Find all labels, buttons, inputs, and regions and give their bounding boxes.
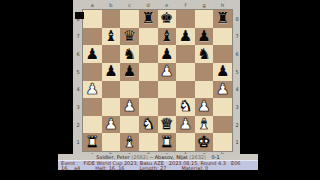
- square-h5: ♟: [213, 63, 232, 81]
- square-h2: [213, 116, 232, 134]
- black-player-elo: (2632): [189, 154, 206, 160]
- white-pawn-icon: ♟: [160, 64, 173, 79]
- square-g5: [195, 63, 214, 81]
- square-c2: [120, 116, 139, 134]
- square-h3: [213, 98, 232, 116]
- white-queen-icon: ♛: [160, 117, 173, 132]
- white-player-name: Svidler, Peter: [96, 154, 129, 160]
- file-label-a: a: [83, 2, 102, 8]
- black-rook-icon: ♜: [216, 11, 229, 26]
- file-label-b: b: [102, 2, 121, 8]
- players-separator: --: [150, 154, 154, 160]
- white-pawn-icon: ♟: [86, 82, 99, 97]
- square-h8: ♜: [213, 10, 232, 28]
- square-c6: ♞: [120, 45, 139, 63]
- white-king-icon: ♚: [197, 135, 210, 150]
- square-a7: [83, 28, 102, 46]
- file-labels-top: abcdefgh: [83, 2, 232, 8]
- file-label-h: h: [213, 2, 232, 8]
- rank-label-7: 7: [233, 28, 241, 46]
- black-pawn-icon: ♟: [160, 47, 173, 62]
- rank-label-2: 2: [74, 116, 82, 134]
- square-f5: [176, 63, 195, 81]
- square-d5: [139, 63, 158, 81]
- file-label-d: d: [139, 2, 158, 8]
- square-c7: ♛: [120, 28, 139, 46]
- square-g2: ♝: [195, 116, 214, 134]
- chess-board: ♜♚♜♝♛♝♟♟♟♞♟♞♟♟♟♟♟♟♟♞♟♟♞♛♟♝♜♝♜♚: [82, 9, 233, 152]
- square-b6: [102, 45, 121, 63]
- rank-label-8: 8: [233, 10, 241, 28]
- white-pawn-icon: ♟: [197, 99, 210, 114]
- file-label-g: g: [195, 2, 214, 8]
- white-bishop-icon: ♝: [123, 135, 136, 150]
- rank-label-1: 1: [74, 133, 82, 151]
- white-bishop-icon: ♝: [197, 117, 210, 132]
- square-f8: [176, 10, 195, 28]
- square-g4: [195, 81, 214, 99]
- black-pawn-icon: ♟: [179, 29, 192, 44]
- rank-label-7: 7: [74, 28, 82, 46]
- black-pawn-icon: ♟: [104, 64, 117, 79]
- file-label-c: c: [120, 2, 139, 8]
- square-b8: [102, 10, 121, 28]
- square-a8: [83, 10, 102, 28]
- black-rook-icon: ♜: [141, 11, 154, 26]
- square-c5: ♟: [120, 63, 139, 81]
- eco-code: E06: [231, 161, 241, 166]
- black-king-icon: ♚: [160, 11, 173, 26]
- square-a5: [83, 63, 102, 81]
- rank-label-2: 2: [233, 116, 241, 134]
- square-d3: [139, 98, 158, 116]
- square-c3: ♟: [120, 98, 139, 116]
- square-d8: ♜: [139, 10, 158, 28]
- rank-label-5: 5: [74, 63, 82, 81]
- square-g7: ♟: [195, 28, 214, 46]
- square-b3: [102, 98, 121, 116]
- white-pawn-icon: ♟: [179, 117, 192, 132]
- square-d4: [139, 81, 158, 99]
- square-a1: ♜: [83, 133, 102, 151]
- rank-labels-right: 87654321: [233, 10, 241, 151]
- square-f2: ♟: [176, 116, 195, 134]
- black-player-name: Abasov, Nijat: [155, 154, 188, 160]
- caption-area: Svidler, Peter (2682) -- Abasov, Nijat (…: [58, 154, 258, 171]
- square-a2: [83, 116, 102, 134]
- square-d7: [139, 28, 158, 46]
- bottom-black-strip: [0, 170, 320, 180]
- square-f1: [176, 133, 195, 151]
- square-e1: ♜: [158, 133, 177, 151]
- white-rook-icon: ♜: [160, 135, 173, 150]
- square-f7: ♟: [176, 28, 195, 46]
- file-label-f: f: [176, 2, 195, 8]
- rank-label-5: 5: [233, 63, 241, 81]
- square-b2: ♟: [102, 116, 121, 134]
- white-pawn-icon: ♟: [104, 117, 117, 132]
- rank-label-4: 4: [233, 81, 241, 99]
- white-knight-icon: ♞: [141, 117, 154, 132]
- rank-label-4: 4: [74, 81, 82, 99]
- square-g8: [195, 10, 214, 28]
- square-f4: [176, 81, 195, 99]
- square-f6: [176, 45, 195, 63]
- square-a6: ♟: [83, 45, 102, 63]
- rank-label-3: 3: [233, 98, 241, 116]
- square-h4: ♟: [213, 81, 232, 99]
- square-e7: ♝: [158, 28, 177, 46]
- square-b1: [102, 133, 121, 151]
- square-h1: [213, 133, 232, 151]
- square-b4: [102, 81, 121, 99]
- square-e6: ♟: [158, 45, 177, 63]
- black-bishop-icon: ♝: [160, 29, 173, 44]
- file-label-e: e: [158, 2, 177, 8]
- black-queen-icon: ♛: [123, 29, 136, 44]
- black-knight-icon: ♞: [123, 47, 136, 62]
- square-e4: [158, 81, 177, 99]
- black-pawn-icon: ♟: [123, 64, 136, 79]
- square-d1: [139, 133, 158, 151]
- square-e5: ♟: [158, 63, 177, 81]
- black-pawn-icon: ♟: [216, 64, 229, 79]
- square-e8: ♚: [158, 10, 177, 28]
- rank-label-3: 3: [74, 98, 82, 116]
- white-rook-icon: ♜: [86, 135, 99, 150]
- white-pawn-icon: ♟: [123, 99, 136, 114]
- square-d6: [139, 45, 158, 63]
- square-c1: ♝: [120, 133, 139, 151]
- black-pawn-icon: ♟: [197, 29, 210, 44]
- square-b5: ♟: [102, 63, 121, 81]
- white-knight-icon: ♞: [179, 99, 192, 114]
- white-player-elo: (2682): [131, 154, 148, 160]
- square-d2: ♞: [139, 116, 158, 134]
- black-knight-icon: ♞: [197, 47, 210, 62]
- square-f3: ♞: [176, 98, 195, 116]
- square-g1: ♚: [195, 133, 214, 151]
- black-pawn-icon: ♟: [86, 47, 99, 62]
- rank-labels-left: 87654321: [74, 10, 82, 151]
- square-b7: ♝: [102, 28, 121, 46]
- square-a3: [83, 98, 102, 116]
- square-c8: [120, 10, 139, 28]
- square-e3: [158, 98, 177, 116]
- square-h7: [213, 28, 232, 46]
- square-a4: ♟: [83, 81, 102, 99]
- rank-label-6: 6: [233, 45, 241, 63]
- game-result: 0-1: [212, 154, 220, 160]
- rank-label-1: 1: [233, 133, 241, 151]
- white-pawn-icon: ♟: [216, 82, 229, 97]
- square-e2: ♛: [158, 116, 177, 134]
- black-bishop-icon: ♝: [104, 29, 117, 44]
- square-g3: ♟: [195, 98, 214, 116]
- square-c4: [120, 81, 139, 99]
- rank-label-6: 6: [74, 45, 82, 63]
- black-to-move-indicator-icon: [75, 12, 84, 19]
- square-g6: ♞: [195, 45, 214, 63]
- square-h6: [213, 45, 232, 63]
